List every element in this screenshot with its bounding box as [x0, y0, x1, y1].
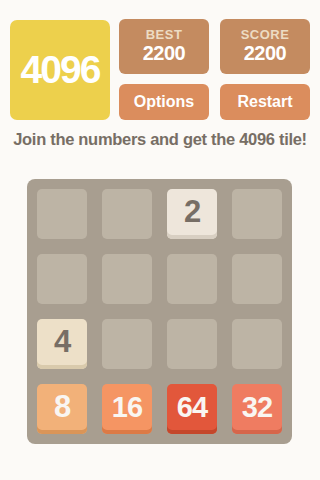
tagline: Join the numbers and get the 4096 tile!	[0, 130, 320, 149]
cell-r0c0	[37, 189, 87, 239]
tile-8: 8	[37, 384, 87, 434]
best-score-box: BEST 2200	[119, 19, 209, 74]
cell-r1c3	[232, 254, 282, 304]
tile-2: 2	[167, 189, 217, 239]
app-logo-tile: 4096	[10, 20, 110, 120]
tile-64: 64	[167, 384, 217, 434]
options-button[interactable]: Options	[119, 84, 209, 120]
cell-r0c3	[232, 189, 282, 239]
game-board[interactable]: 2 4 8 16 64 32	[27, 179, 292, 444]
score-value: 2200	[244, 42, 287, 65]
app-screen: 4096 BEST 2200 SCORE 2200 Options Restar…	[0, 0, 320, 480]
cell-r2c3	[232, 319, 282, 369]
cell-r2c1	[102, 319, 152, 369]
current-score-box: SCORE 2200	[220, 19, 310, 74]
cell-r2c2	[167, 319, 217, 369]
restart-button[interactable]: Restart	[220, 84, 310, 120]
cell-r1c1	[102, 254, 152, 304]
tile-32: 32	[232, 384, 282, 434]
score-label: SCORE	[241, 28, 290, 43]
tile-4: 4	[37, 319, 87, 369]
cell-r0c1	[102, 189, 152, 239]
app-logo-label: 4096	[21, 48, 100, 92]
best-label: BEST	[146, 28, 183, 43]
cell-r1c2	[167, 254, 217, 304]
tile-16: 16	[102, 384, 152, 434]
cell-r1c0	[37, 254, 87, 304]
best-value: 2200	[143, 42, 186, 65]
